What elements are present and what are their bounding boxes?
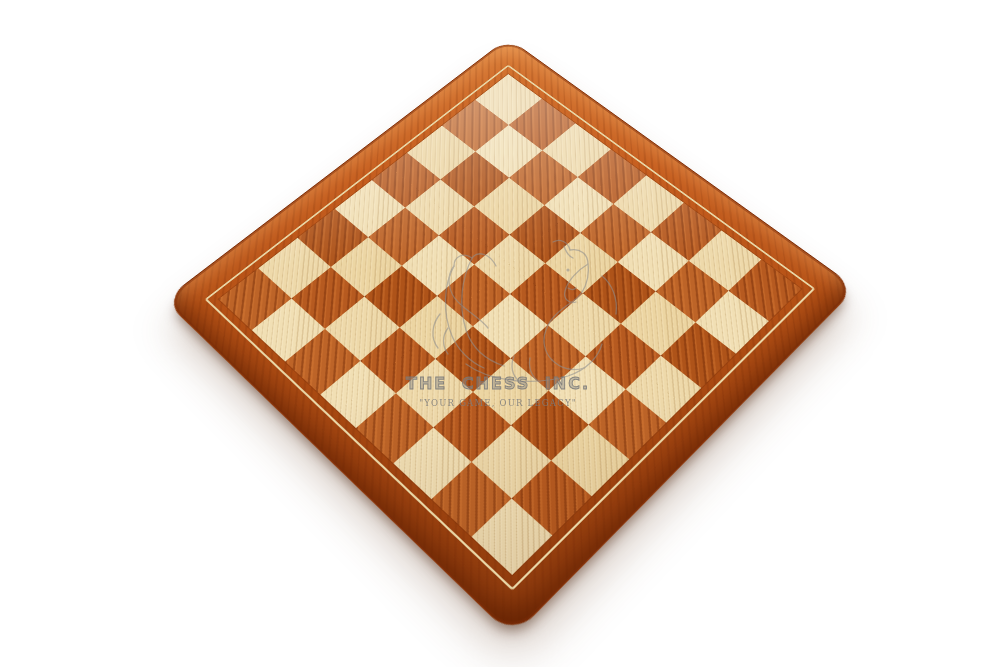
playing-field — [219, 74, 802, 575]
board-grid — [219, 74, 802, 575]
product-photo — [0, 0, 1000, 667]
chess-board — [164, 38, 857, 638]
board-scene — [261, 45, 759, 543]
